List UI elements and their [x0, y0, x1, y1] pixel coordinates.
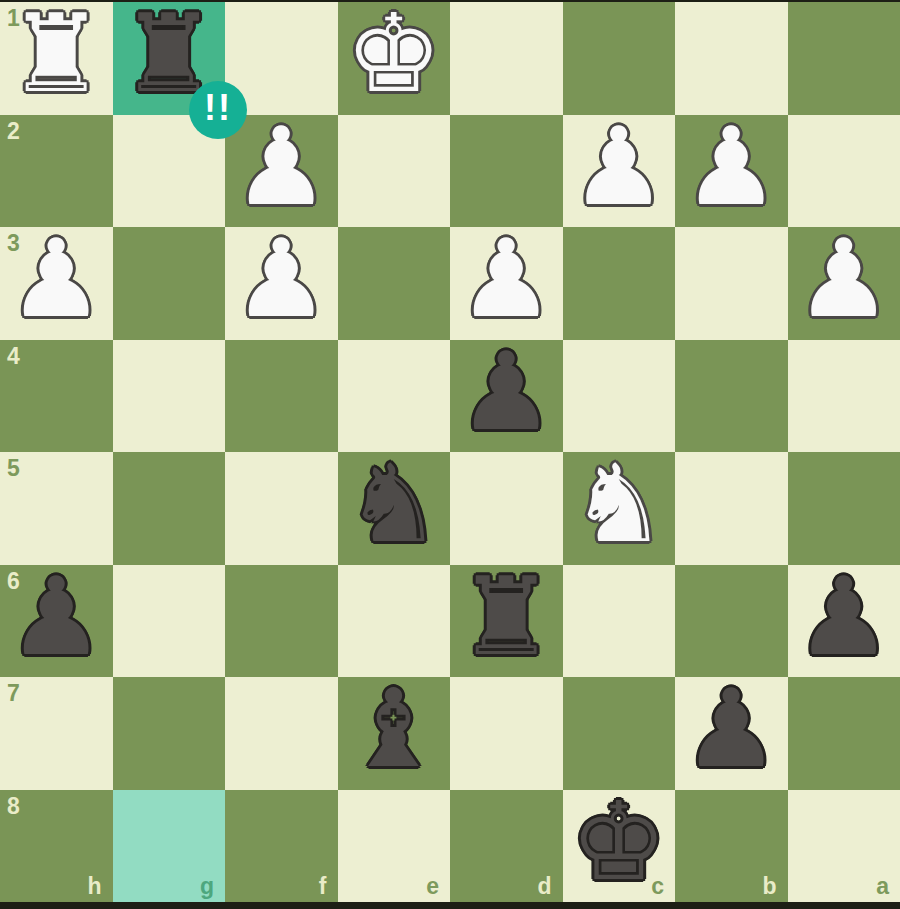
square-b4[interactable] — [675, 340, 788, 453]
piece-white-pawn-f3[interactable]: ♟ — [233, 225, 330, 333]
square-c7[interactable] — [563, 677, 676, 790]
rank-label-2: 2 — [7, 120, 20, 143]
square-b1[interactable] — [675, 2, 788, 115]
file-label-g: g — [200, 875, 214, 898]
chess-app-screen: 1♜♜♚2♟♟♟3♟♟♟♟4♟5♞♞6♟♜♟7♝♟8hgfedc♚ba !! — [0, 0, 900, 909]
square-b3[interactable] — [675, 227, 788, 340]
square-e4[interactable] — [338, 340, 451, 453]
square-c3[interactable] — [563, 227, 676, 340]
square-b8[interactable]: b — [675, 790, 788, 903]
square-g4[interactable] — [113, 340, 226, 453]
piece-black-pawn-a6[interactable]: ♟ — [795, 563, 892, 671]
square-f8[interactable]: f — [225, 790, 338, 903]
square-c8[interactable]: c♚ — [563, 790, 676, 903]
rank-label-4: 4 — [7, 345, 20, 368]
square-b2[interactable]: ♟ — [675, 115, 788, 228]
square-a1[interactable] — [788, 2, 900, 115]
square-f2[interactable]: ♟ — [225, 115, 338, 228]
file-label-b: b — [762, 875, 776, 898]
piece-black-bishop-e7[interactable]: ♝ — [345, 675, 442, 783]
square-d5[interactable] — [450, 452, 563, 565]
square-d6[interactable]: ♜ — [450, 565, 563, 678]
square-c6[interactable] — [563, 565, 676, 678]
square-h8[interactable]: 8h — [0, 790, 113, 903]
square-f4[interactable] — [225, 340, 338, 453]
square-f5[interactable] — [225, 452, 338, 565]
piece-black-rook-d6[interactable]: ♜ — [458, 563, 555, 671]
square-d1[interactable] — [450, 2, 563, 115]
piece-white-pawn-c2[interactable]: ♟ — [570, 113, 667, 221]
square-e5[interactable]: ♞ — [338, 452, 451, 565]
square-d4[interactable]: ♟ — [450, 340, 563, 453]
piece-white-pawn-d3[interactable]: ♟ — [458, 225, 555, 333]
square-f7[interactable] — [225, 677, 338, 790]
square-h6[interactable]: 6♟ — [0, 565, 113, 678]
file-label-e: e — [426, 875, 439, 898]
square-h4[interactable]: 4 — [0, 340, 113, 453]
square-g5[interactable] — [113, 452, 226, 565]
square-h2[interactable]: 2 — [0, 115, 113, 228]
square-e7[interactable]: ♝ — [338, 677, 451, 790]
file-label-d: d — [537, 875, 551, 898]
piece-black-king-c8[interactable]: ♚ — [570, 788, 667, 896]
square-c5[interactable]: ♞ — [563, 452, 676, 565]
square-g8[interactable]: g — [113, 790, 226, 903]
piece-black-pawn-h6[interactable]: ♟ — [8, 563, 105, 671]
piece-white-pawn-f2[interactable]: ♟ — [233, 113, 330, 221]
piece-white-pawn-a3[interactable]: ♟ — [795, 225, 892, 333]
rank-label-7: 7 — [7, 682, 20, 705]
piece-white-pawn-b2[interactable]: ♟ — [683, 113, 780, 221]
square-a2[interactable] — [788, 115, 900, 228]
square-g6[interactable] — [113, 565, 226, 678]
chess-board: 1♜♜♚2♟♟♟3♟♟♟♟4♟5♞♞6♟♜♟7♝♟8hgfedc♚ba !! — [0, 2, 900, 902]
square-a6[interactable]: ♟ — [788, 565, 900, 678]
square-h1[interactable]: 1♜ — [0, 2, 113, 115]
square-e8[interactable]: e — [338, 790, 451, 903]
square-a8[interactable]: a — [788, 790, 900, 903]
file-label-a: a — [876, 875, 889, 898]
square-a4[interactable] — [788, 340, 900, 453]
square-e6[interactable] — [338, 565, 451, 678]
piece-white-king-e1[interactable]: ♚ — [345, 0, 442, 108]
piece-black-knight-e5[interactable]: ♞ — [345, 450, 442, 558]
square-b7[interactable]: ♟ — [675, 677, 788, 790]
rank-label-8: 8 — [7, 795, 20, 818]
square-d7[interactable] — [450, 677, 563, 790]
piece-white-rook-h1[interactable]: ♜ — [8, 0, 105, 108]
square-e2[interactable] — [338, 115, 451, 228]
square-d8[interactable]: d — [450, 790, 563, 903]
piece-black-pawn-d4[interactable]: ♟ — [458, 338, 555, 446]
square-g7[interactable] — [113, 677, 226, 790]
square-b5[interactable] — [675, 452, 788, 565]
piece-white-pawn-h3[interactable]: ♟ — [8, 225, 105, 333]
square-h5[interactable]: 5 — [0, 452, 113, 565]
square-f3[interactable]: ♟ — [225, 227, 338, 340]
square-e1[interactable]: ♚ — [338, 2, 451, 115]
square-h7[interactable]: 7 — [0, 677, 113, 790]
square-a5[interactable] — [788, 452, 900, 565]
brilliant-move-badge-text: !! — [204, 87, 232, 129]
square-a7[interactable] — [788, 677, 900, 790]
file-label-h: h — [87, 875, 101, 898]
square-d3[interactable]: ♟ — [450, 227, 563, 340]
rank-label-5: 5 — [7, 457, 20, 480]
square-c2[interactable]: ♟ — [563, 115, 676, 228]
square-e3[interactable] — [338, 227, 451, 340]
square-h3[interactable]: 3♟ — [0, 227, 113, 340]
square-f6[interactable] — [225, 565, 338, 678]
file-label-f: f — [319, 875, 327, 898]
piece-black-pawn-b7[interactable]: ♟ — [683, 675, 780, 783]
square-d2[interactable] — [450, 115, 563, 228]
brilliant-move-badge: !! — [189, 81, 247, 139]
square-g3[interactable] — [113, 227, 226, 340]
piece-white-knight-c5[interactable]: ♞ — [570, 450, 667, 558]
square-c4[interactable] — [563, 340, 676, 453]
square-c1[interactable] — [563, 2, 676, 115]
square-b6[interactable] — [675, 565, 788, 678]
square-a3[interactable]: ♟ — [788, 227, 900, 340]
